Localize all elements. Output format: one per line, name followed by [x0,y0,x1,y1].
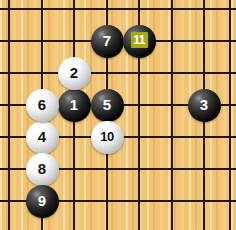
grid-hline-3 [0,72,236,74]
grid-vline-1 [8,0,10,230]
stone-2-white[interactable]: 2 [58,57,91,90]
move-number-label: 10 [100,130,113,143]
move-number-label: 4 [38,129,46,144]
stone-3-black[interactable]: 3 [188,89,221,122]
stone-8-white[interactable]: 8 [26,153,59,186]
move-number-label: 5 [103,97,111,112]
stone-7-black[interactable]: 7 [91,25,124,58]
last-move-number-label: 11 [131,32,148,48]
move-number-label: 1 [70,97,78,112]
stone-10-white[interactable]: 10 [91,121,124,154]
stone-4-white[interactable]: 4 [26,121,59,154]
move-number-label: 6 [38,97,46,112]
move-number-label: 7 [103,33,111,48]
grid-vline-8 [229,0,231,230]
stone-1-black[interactable]: 1 [58,89,91,122]
stone-6-white[interactable]: 6 [26,89,59,122]
move-number-label: 9 [38,193,46,208]
move-number-label: 3 [200,97,208,112]
stone-5-black[interactable]: 5 [91,89,124,122]
go-board[interactable]: 1234567891011 [0,0,236,230]
grid-vline-6 [171,0,173,230]
move-number-label: 8 [38,161,46,176]
grid-hline-1 [0,8,236,10]
move-number-label: 2 [70,65,78,80]
stone-11-black[interactable]: 11 [123,25,156,58]
stone-9-black[interactable]: 9 [26,185,59,218]
